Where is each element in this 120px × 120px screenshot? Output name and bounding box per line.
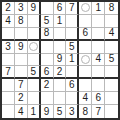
- cell-r5c8: 4: [92, 54, 105, 67]
- cell-r3c4: 8: [41, 28, 54, 41]
- cell-r2c3[interactable]: [28, 15, 41, 28]
- cell-r3c1[interactable]: [2, 28, 15, 41]
- cell-r6c5: 2: [54, 66, 67, 79]
- cell-r9c7: 8: [79, 105, 92, 118]
- cell-r1c2: 3: [15, 2, 28, 15]
- given-digit: 7: [69, 3, 75, 13]
- cell-r4c5[interactable]: [54, 41, 67, 54]
- cell-r9c9[interactable]: [105, 105, 118, 118]
- cell-r7c4: 2: [41, 79, 54, 92]
- cell-r8c4[interactable]: [41, 92, 54, 105]
- given-digit: 5: [57, 107, 63, 117]
- cell-r9c1[interactable]: [2, 105, 15, 118]
- given-digit: 7: [18, 80, 24, 90]
- given-digit: 2: [57, 67, 63, 77]
- cell-r5c1[interactable]: [2, 54, 15, 67]
- cell-r2c4: 5: [41, 15, 54, 28]
- cell-r7c7[interactable]: [79, 79, 92, 92]
- cell-r3c9: 4: [105, 28, 118, 41]
- given-digit: 6: [95, 93, 101, 103]
- cell-r4c6: 5: [66, 41, 79, 54]
- given-digit: 4: [18, 107, 24, 117]
- cell-r4c7[interactable]: [79, 41, 92, 54]
- cell-r9c4: 9: [41, 105, 54, 118]
- cell-r6c8[interactable]: [92, 66, 105, 79]
- cell-r5c6: 1: [66, 54, 79, 67]
- cell-r5c4[interactable]: [41, 54, 54, 67]
- cell-r8c9[interactable]: [105, 92, 118, 105]
- cell-r3c5[interactable]: [54, 28, 67, 41]
- cell-r7c1[interactable]: [2, 79, 15, 92]
- cell-r3c3[interactable]: [28, 28, 41, 41]
- cell-r6c6[interactable]: [66, 66, 79, 79]
- cell-r1c6: 7: [66, 2, 79, 15]
- cell-r1c8: 1: [92, 2, 105, 15]
- circle-marker-icon: [81, 55, 90, 64]
- cell-r3c7: 6: [79, 28, 92, 41]
- cell-r3c6[interactable]: [66, 28, 79, 41]
- cell-r5c2[interactable]: [15, 54, 28, 67]
- given-digit: 4: [5, 16, 11, 26]
- cell-r1c3: 9: [28, 2, 41, 15]
- cell-r9c3: 1: [28, 105, 41, 118]
- cell-r9c6: 3: [66, 105, 79, 118]
- given-digit: 5: [69, 42, 75, 52]
- cell-r6c9[interactable]: [105, 66, 118, 79]
- given-digit: 2: [44, 80, 50, 90]
- cell-r8c1[interactable]: [2, 92, 15, 105]
- sudoku-board: 23967184851864395914575627262464195387: [0, 0, 120, 120]
- cell-r7c9[interactable]: [105, 79, 118, 92]
- cell-r2c9[interactable]: [105, 15, 118, 28]
- cell-r8c7: 4: [79, 92, 92, 105]
- cell-r1c1: 2: [2, 2, 15, 15]
- given-digit: 9: [30, 3, 36, 13]
- given-digit: 5: [44, 16, 50, 26]
- given-digit: 8: [44, 28, 50, 38]
- given-digit: 3: [18, 3, 24, 13]
- cell-r2c2: 8: [15, 15, 28, 28]
- circle-marker-icon: [81, 3, 90, 12]
- cell-r3c2[interactable]: [15, 28, 28, 41]
- given-digit: 2: [5, 3, 11, 13]
- cell-r1c7[interactable]: [79, 2, 92, 15]
- cell-r6c7[interactable]: [79, 66, 92, 79]
- given-digit: 7: [95, 107, 101, 117]
- cell-r5c3[interactable]: [28, 54, 41, 67]
- given-digit: 8: [18, 16, 24, 26]
- cell-r7c5[interactable]: [54, 79, 67, 92]
- given-digit: 4: [109, 28, 115, 38]
- cell-r2c5: 1: [54, 15, 67, 28]
- given-digit: 5: [30, 67, 36, 77]
- cell-r5c5: 9: [54, 54, 67, 67]
- cell-r3c8[interactable]: [92, 28, 105, 41]
- cell-r4c9[interactable]: [105, 41, 118, 54]
- given-digit: 2: [18, 93, 24, 103]
- cell-r6c4: 6: [41, 66, 54, 79]
- cell-r7c2: 7: [15, 79, 28, 92]
- given-digit: 4: [82, 93, 88, 103]
- cell-r6c1: 7: [2, 66, 15, 79]
- given-digit: 1: [95, 3, 101, 13]
- cell-r7c6: 6: [66, 79, 79, 92]
- given-digit: 9: [44, 107, 50, 117]
- given-digit: 5: [109, 54, 115, 64]
- given-digit: 1: [69, 54, 75, 64]
- cell-r7c3[interactable]: [28, 79, 41, 92]
- given-digit: 8: [82, 107, 88, 117]
- given-digit: 6: [82, 28, 88, 38]
- cell-r9c8: 7: [92, 105, 105, 118]
- cell-r1c9: 8: [105, 2, 118, 15]
- cell-r2c1: 4: [2, 15, 15, 28]
- cell-r8c3[interactable]: [28, 92, 41, 105]
- given-digit: 9: [18, 42, 24, 52]
- given-digit: 1: [57, 16, 63, 26]
- given-digit: 6: [69, 80, 75, 90]
- given-digit: 4: [95, 54, 101, 64]
- cell-r4c1: 3: [2, 41, 15, 54]
- cell-r2c6[interactable]: [66, 15, 79, 28]
- cell-r1c5: 6: [54, 2, 67, 15]
- cell-r8c6[interactable]: [66, 92, 79, 105]
- given-digit: 3: [69, 107, 75, 117]
- given-digit: 1: [30, 107, 36, 117]
- cell-r4c4[interactable]: [41, 41, 54, 54]
- cell-r7c8[interactable]: [92, 79, 105, 92]
- given-digit: 7: [5, 67, 11, 77]
- cell-r2c7[interactable]: [79, 15, 92, 28]
- given-digit: 8: [109, 3, 115, 13]
- cell-r9c2: 4: [15, 105, 28, 118]
- cell-r8c5[interactable]: [54, 92, 67, 105]
- cell-r8c8: 6: [92, 92, 105, 105]
- given-digit: 9: [57, 54, 63, 64]
- circle-marker-icon: [29, 42, 38, 51]
- given-digit: 6: [44, 67, 50, 77]
- given-digit: 3: [5, 42, 11, 52]
- cell-r9c5: 5: [54, 105, 67, 118]
- cell-r8c2: 2: [15, 92, 28, 105]
- cell-r2c8[interactable]: [92, 15, 105, 28]
- cell-r6c2[interactable]: [15, 66, 28, 79]
- cell-r1c4[interactable]: [41, 2, 54, 15]
- cell-r4c8[interactable]: [92, 41, 105, 54]
- cell-r5c7[interactable]: [79, 54, 92, 67]
- cell-r4c2: 9: [15, 41, 28, 54]
- given-digit: 6: [57, 3, 63, 13]
- cell-r5c9: 5: [105, 54, 118, 67]
- cell-r4c3[interactable]: [28, 41, 41, 54]
- cell-r6c3: 5: [28, 66, 41, 79]
